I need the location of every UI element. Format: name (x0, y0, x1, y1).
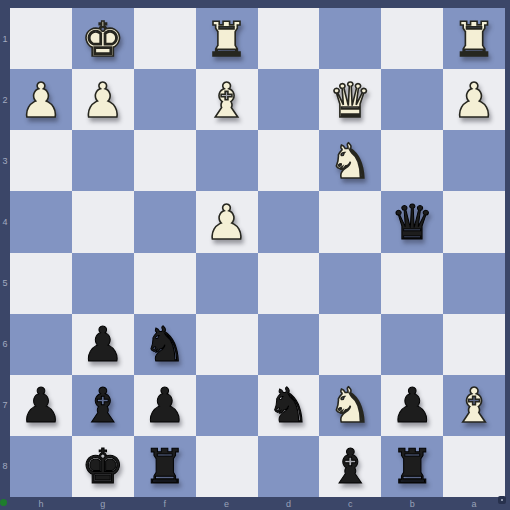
square-a6[interactable] (443, 314, 505, 375)
square-b6[interactable] (381, 314, 443, 375)
square-b3[interactable] (381, 130, 443, 191)
chess-board: ♚♜♜♟♟♝♛♟♞♟♛♟♞♟♝♟♞♞♟♝♚♜♝♜ (10, 8, 505, 497)
square-a7[interactable]: ♝ (443, 375, 505, 436)
rank-label-4: 4 (0, 191, 10, 252)
piece-white-pawn: ♟ (19, 76, 62, 124)
square-b1[interactable] (381, 8, 443, 69)
square-c4[interactable] (319, 191, 381, 252)
square-h8[interactable] (10, 436, 72, 497)
turn-indicator-dot (0, 499, 7, 506)
square-f6[interactable]: ♞ (134, 314, 196, 375)
square-c1[interactable] (319, 8, 381, 69)
square-f4[interactable] (134, 191, 196, 252)
square-g5[interactable] (72, 253, 134, 314)
square-h2[interactable]: ♟ (10, 69, 72, 130)
square-a1[interactable]: ♜ (443, 8, 505, 69)
square-a5[interactable] (443, 253, 505, 314)
piece-black-knight: ♞ (267, 381, 310, 429)
square-e1[interactable]: ♜ (196, 8, 258, 69)
square-d1[interactable] (258, 8, 320, 69)
square-h1[interactable] (10, 8, 72, 69)
rank-label-6: 6 (0, 314, 10, 375)
square-a2[interactable]: ♟ (443, 69, 505, 130)
chess-board-widget: ♚♜♜♟♟♝♛♟♞♟♛♟♞♟♝♟♞♞♟♝♚♜♝♜ 12345678 hgfedc… (0, 0, 510, 510)
file-label-c: c (319, 497, 381, 510)
square-g1[interactable]: ♚ (72, 8, 134, 69)
square-d7[interactable]: ♞ (258, 375, 320, 436)
square-b5[interactable] (381, 253, 443, 314)
square-d8[interactable] (258, 436, 320, 497)
board-resize-handle[interactable] (498, 496, 506, 504)
square-f7[interactable]: ♟ (134, 375, 196, 436)
piece-white-bishop: ♝ (453, 381, 496, 429)
square-b8[interactable]: ♜ (381, 436, 443, 497)
piece-white-knight: ♞ (329, 381, 372, 429)
square-c3[interactable]: ♞ (319, 130, 381, 191)
piece-white-pawn: ♟ (81, 76, 124, 124)
square-g8[interactable]: ♚ (72, 436, 134, 497)
square-e2[interactable]: ♝ (196, 69, 258, 130)
square-f3[interactable] (134, 130, 196, 191)
piece-black-bishop: ♝ (329, 442, 372, 490)
piece-black-pawn: ♟ (391, 381, 434, 429)
square-a3[interactable] (443, 130, 505, 191)
rank-label-8: 8 (0, 436, 10, 497)
piece-black-queen: ♛ (391, 198, 434, 246)
square-f1[interactable] (134, 8, 196, 69)
piece-white-bishop: ♝ (205, 76, 248, 124)
square-b2[interactable] (381, 69, 443, 130)
square-c7[interactable]: ♞ (319, 375, 381, 436)
piece-black-bishop: ♝ (81, 381, 124, 429)
square-e4[interactable]: ♟ (196, 191, 258, 252)
square-a4[interactable] (443, 191, 505, 252)
square-d5[interactable] (258, 253, 320, 314)
square-e3[interactable] (196, 130, 258, 191)
piece-white-king: ♚ (81, 15, 124, 63)
square-f5[interactable] (134, 253, 196, 314)
square-f2[interactable] (134, 69, 196, 130)
rank-label-2: 2 (0, 69, 10, 130)
square-b7[interactable]: ♟ (381, 375, 443, 436)
piece-white-queen: ♛ (329, 76, 372, 124)
file-label-g: g (72, 497, 134, 510)
piece-white-pawn: ♟ (453, 76, 496, 124)
square-e6[interactable] (196, 314, 258, 375)
file-label-f: f (134, 497, 196, 510)
piece-black-pawn: ♟ (19, 381, 62, 429)
piece-black-pawn: ♟ (81, 320, 124, 368)
square-a8[interactable] (443, 436, 505, 497)
square-e5[interactable] (196, 253, 258, 314)
piece-white-rook: ♜ (453, 15, 496, 63)
piece-black-knight: ♞ (143, 320, 186, 368)
square-h3[interactable] (10, 130, 72, 191)
square-d2[interactable] (258, 69, 320, 130)
square-d3[interactable] (258, 130, 320, 191)
square-g6[interactable]: ♟ (72, 314, 134, 375)
piece-white-pawn: ♟ (205, 198, 248, 246)
square-c2[interactable]: ♛ (319, 69, 381, 130)
square-h5[interactable] (10, 253, 72, 314)
square-c8[interactable]: ♝ (319, 436, 381, 497)
rank-label-7: 7 (0, 375, 10, 436)
file-label-d: d (258, 497, 320, 510)
resize-handle-dot (501, 499, 503, 501)
square-g2[interactable]: ♟ (72, 69, 134, 130)
rank-label-5: 5 (0, 253, 10, 314)
square-g3[interactable] (72, 130, 134, 191)
piece-black-rook: ♜ (143, 442, 186, 490)
file-label-a: a (443, 497, 505, 510)
file-label-b: b (381, 497, 443, 510)
square-e7[interactable] (196, 375, 258, 436)
square-f8[interactable]: ♜ (134, 436, 196, 497)
piece-black-rook: ♜ (391, 442, 434, 490)
square-e8[interactable] (196, 436, 258, 497)
file-label-h: h (10, 497, 72, 510)
square-h6[interactable] (10, 314, 72, 375)
piece-black-king: ♚ (81, 442, 124, 490)
square-b4[interactable]: ♛ (381, 191, 443, 252)
square-h4[interactable] (10, 191, 72, 252)
file-label-e: e (196, 497, 258, 510)
rank-label-3: 3 (0, 130, 10, 191)
square-d4[interactable] (258, 191, 320, 252)
piece-white-rook: ♜ (205, 15, 248, 63)
square-g4[interactable] (72, 191, 134, 252)
rank-label-1: 1 (0, 8, 10, 69)
square-c6[interactable] (319, 314, 381, 375)
piece-white-knight: ♞ (329, 137, 372, 185)
square-h7[interactable]: ♟ (10, 375, 72, 436)
square-d6[interactable] (258, 314, 320, 375)
square-c5[interactable] (319, 253, 381, 314)
square-g7[interactable]: ♝ (72, 375, 134, 436)
piece-black-pawn: ♟ (143, 381, 186, 429)
